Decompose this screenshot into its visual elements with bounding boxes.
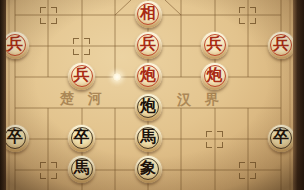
piece-red-cannon-g4[interactable]: 炮	[201, 63, 228, 90]
piece-black-horse-c7[interactable]: 馬	[68, 156, 95, 183]
position-marker-c3	[73, 38, 90, 55]
piece-red-soldier-e3[interactable]: 兵	[135, 32, 162, 59]
position-marker-h2	[239, 7, 256, 24]
game-screen: 楚河 汉界 相兵兵兵兵兵炮炮炮卒卒馬卒馬象	[0, 0, 304, 190]
piece-black-horse-e6[interactable]: 馬	[135, 125, 162, 152]
position-marker-g6	[206, 131, 223, 148]
xiangqi-board[interactable]: 楚河 汉界 相兵兵兵兵兵炮炮炮卒卒馬卒馬象	[0, 0, 304, 190]
piece-red-soldier-i3[interactable]: 兵	[268, 32, 295, 59]
river-label-right: 汉界	[177, 92, 233, 106]
position-marker-b7	[40, 162, 57, 179]
position-marker-b2	[40, 7, 57, 24]
piece-red-soldier-c4[interactable]: 兵	[68, 63, 95, 90]
left-bezel	[0, 0, 6, 190]
move-hint-dot[interactable]	[113, 73, 121, 81]
river-label-left: 楚河	[60, 91, 116, 105]
piece-red-soldier-g3[interactable]: 兵	[201, 32, 228, 59]
position-marker-h7	[239, 162, 256, 179]
right-bezel	[293, 0, 304, 190]
piece-red-elephant-e2[interactable]: 相	[135, 1, 162, 28]
piece-black-soldier-c6[interactable]: 卒	[68, 125, 95, 152]
piece-black-elephant-e7[interactable]: 象	[135, 156, 162, 183]
piece-red-cannon-e4[interactable]: 炮	[135, 63, 162, 90]
piece-black-cannon-e5[interactable]: 炮	[135, 94, 162, 121]
piece-black-soldier-i6[interactable]: 卒	[268, 125, 295, 152]
